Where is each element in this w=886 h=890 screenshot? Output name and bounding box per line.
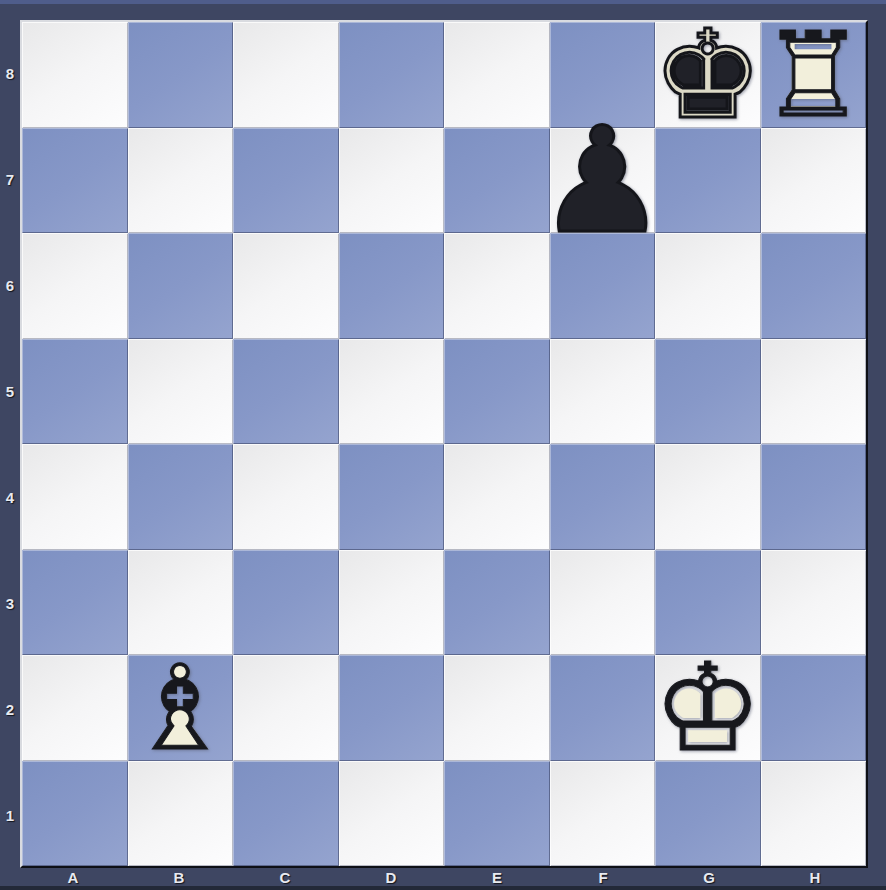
rank-label-1: 1	[0, 762, 20, 868]
square-a4[interactable]	[22, 444, 128, 550]
square-a5[interactable]	[22, 339, 128, 445]
rank-label-7: 7	[0, 126, 20, 232]
square-f1[interactable]	[550, 761, 656, 867]
square-g2[interactable]: ♚♔	[655, 655, 761, 761]
square-c7[interactable]	[233, 128, 339, 234]
file-label-c: C	[232, 868, 338, 886]
file-label-d: D	[338, 868, 444, 886]
square-g6[interactable]	[655, 233, 761, 339]
chessboard: ♚♔♚♜♖♟♟♝♗♚♔	[20, 20, 868, 868]
file-label-b: B	[126, 868, 232, 886]
piece-black-king[interactable]: ♚♔♚	[655, 22, 761, 128]
square-f7[interactable]: ♟♟	[550, 128, 656, 234]
square-b1[interactable]	[128, 761, 234, 867]
square-b6[interactable]	[128, 233, 234, 339]
square-h8[interactable]: ♜♖	[761, 22, 867, 128]
square-b7[interactable]	[128, 128, 234, 234]
square-d5[interactable]	[339, 339, 445, 445]
square-d1[interactable]	[339, 761, 445, 867]
white-king-detail: ♔	[655, 655, 761, 761]
square-b2[interactable]: ♝♗	[128, 655, 234, 761]
piece-white-king[interactable]: ♚♔	[655, 655, 761, 761]
square-b5[interactable]	[128, 339, 234, 445]
square-g1[interactable]	[655, 761, 761, 867]
square-h6[interactable]	[761, 233, 867, 339]
square-c6[interactable]	[233, 233, 339, 339]
square-b4[interactable]	[128, 444, 234, 550]
square-e6[interactable]	[444, 233, 550, 339]
square-h3[interactable]	[761, 550, 867, 656]
square-d8[interactable]	[339, 22, 445, 128]
square-g5[interactable]	[655, 339, 761, 445]
rank-label-6: 6	[0, 232, 20, 338]
square-c5[interactable]	[233, 339, 339, 445]
file-label-e: E	[444, 868, 550, 886]
square-h4[interactable]	[761, 444, 867, 550]
black-pawn-outline: ♟	[550, 128, 656, 234]
square-d7[interactable]	[339, 128, 445, 234]
square-f6[interactable]	[550, 233, 656, 339]
square-e7[interactable]	[444, 128, 550, 234]
square-h5[interactable]	[761, 339, 867, 445]
square-g7[interactable]	[655, 128, 761, 234]
square-a2[interactable]	[22, 655, 128, 761]
square-g4[interactable]	[655, 444, 761, 550]
black-king-outline: ♚	[655, 22, 761, 128]
frame-bottom-edge	[0, 886, 886, 890]
rank-label-8: 8	[0, 20, 20, 126]
square-e2[interactable]	[444, 655, 550, 761]
square-a1[interactable]	[22, 761, 128, 867]
file-label-h: H	[762, 868, 868, 886]
square-e3[interactable]	[444, 550, 550, 656]
square-f3[interactable]	[550, 550, 656, 656]
square-e8[interactable]	[444, 22, 550, 128]
square-b8[interactable]	[128, 22, 234, 128]
square-h1[interactable]	[761, 761, 867, 867]
white-rook-detail: ♖	[761, 22, 867, 128]
white-bishop-detail: ♗	[128, 655, 234, 761]
square-e1[interactable]	[444, 761, 550, 867]
square-d2[interactable]	[339, 655, 445, 761]
rank-label-5: 5	[0, 338, 20, 444]
file-label-a: A	[20, 868, 126, 886]
rank-label-2: 2	[0, 656, 20, 762]
square-c8[interactable]	[233, 22, 339, 128]
file-labels: A B C D E F G H	[20, 868, 868, 886]
square-a3[interactable]	[22, 550, 128, 656]
square-d4[interactable]	[339, 444, 445, 550]
square-e5[interactable]	[444, 339, 550, 445]
square-c1[interactable]	[233, 761, 339, 867]
piece-white-rook[interactable]: ♜♖	[761, 22, 867, 128]
square-c3[interactable]	[233, 550, 339, 656]
file-label-f: F	[550, 868, 656, 886]
square-d6[interactable]	[339, 233, 445, 339]
rank-label-3: 3	[0, 550, 20, 656]
piece-white-bishop[interactable]: ♝♗	[128, 655, 234, 761]
file-label-g: G	[656, 868, 762, 886]
square-a8[interactable]	[22, 22, 128, 128]
square-a6[interactable]	[22, 233, 128, 339]
square-h7[interactable]	[761, 128, 867, 234]
square-a7[interactable]	[22, 128, 128, 234]
square-f4[interactable]	[550, 444, 656, 550]
square-c4[interactable]	[233, 444, 339, 550]
square-f5[interactable]	[550, 339, 656, 445]
chessboard-frame: 8 7 6 5 4 3 2 1 ♚♔♚♜♖♟♟♝♗♚♔ A B C D E F …	[0, 0, 886, 890]
square-c2[interactable]	[233, 655, 339, 761]
piece-black-pawn[interactable]: ♟♟	[550, 128, 656, 234]
rank-label-4: 4	[0, 444, 20, 550]
rank-labels: 8 7 6 5 4 3 2 1	[0, 20, 20, 868]
square-f2[interactable]	[550, 655, 656, 761]
square-g8[interactable]: ♚♔♚	[655, 22, 761, 128]
square-d3[interactable]	[339, 550, 445, 656]
square-h2[interactable]	[761, 655, 867, 761]
square-e4[interactable]	[444, 444, 550, 550]
